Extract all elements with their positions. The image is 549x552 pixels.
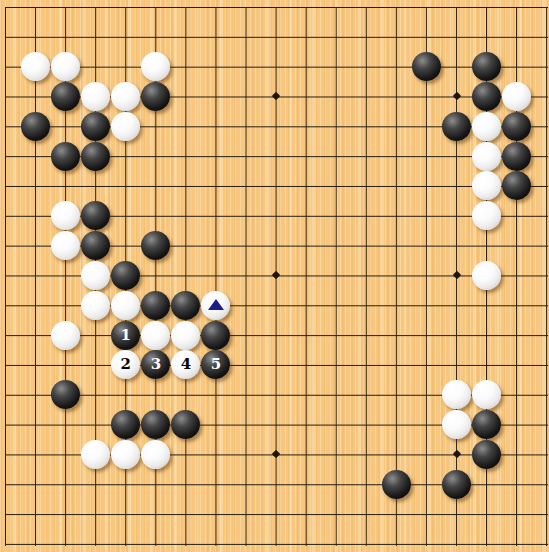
white-stone — [472, 112, 501, 141]
white-stone — [171, 321, 200, 350]
black-stone — [171, 410, 200, 439]
white-stone — [51, 201, 80, 230]
black-stone — [141, 231, 170, 260]
black-stone: 1 — [111, 321, 140, 350]
black-stone — [412, 52, 441, 81]
black-stone — [472, 410, 501, 439]
white-stone — [472, 380, 501, 409]
white-stone — [51, 231, 80, 260]
black-stone — [21, 112, 50, 141]
black-stone — [442, 112, 471, 141]
star-point — [272, 271, 280, 279]
black-stone: 5 — [201, 350, 230, 379]
black-stone — [81, 142, 110, 171]
black-stone — [51, 380, 80, 409]
white-stone: 4 — [171, 350, 200, 379]
black-stone — [472, 82, 501, 111]
star-point — [452, 450, 460, 458]
black-stone — [111, 410, 140, 439]
black-stone — [141, 410, 170, 439]
white-stone — [472, 171, 501, 200]
move-number: 3 — [151, 357, 161, 372]
white-stone — [81, 440, 110, 469]
white-stone — [472, 261, 501, 290]
black-stone — [111, 261, 140, 290]
white-stone — [51, 52, 80, 81]
move-number: 2 — [121, 357, 131, 372]
star-point — [272, 450, 280, 458]
white-stone — [51, 321, 80, 350]
star-point — [272, 92, 280, 100]
white-stone — [111, 440, 140, 469]
white-stone — [502, 82, 531, 111]
white-stone — [442, 410, 471, 439]
star-point — [452, 271, 460, 279]
black-stone — [502, 112, 531, 141]
move-number: 5 — [211, 357, 221, 372]
black-stone — [81, 112, 110, 141]
black-stone — [502, 142, 531, 171]
white-stone — [81, 82, 110, 111]
star-point — [452, 92, 460, 100]
white-stone — [141, 321, 170, 350]
move-number: 1 — [121, 328, 131, 343]
white-stone — [81, 291, 110, 320]
white-stone — [21, 52, 50, 81]
black-stone — [201, 321, 230, 350]
white-stone — [141, 440, 170, 469]
black-stone — [141, 82, 170, 111]
black-stone — [51, 82, 80, 111]
white-stone — [111, 112, 140, 141]
white-stone — [81, 261, 110, 290]
move-number: 4 — [181, 357, 191, 372]
white-stone: 2 — [111, 350, 140, 379]
black-stone — [472, 440, 501, 469]
black-stone — [442, 470, 471, 499]
black-stone — [51, 142, 80, 171]
white-stone — [472, 142, 501, 171]
black-stone — [171, 291, 200, 320]
go-board[interactable]: 12345 — [0, 0, 549, 552]
black-stone — [81, 201, 110, 230]
black-stone — [472, 52, 501, 81]
white-stone — [442, 380, 471, 409]
black-stone — [81, 231, 110, 260]
white-stone — [111, 291, 140, 320]
white-stone — [141, 52, 170, 81]
white-stone — [201, 291, 230, 320]
black-stone: 3 — [141, 350, 170, 379]
white-stone — [111, 82, 140, 111]
white-stone — [472, 201, 501, 230]
black-stone — [382, 470, 411, 499]
triangle-marker — [208, 299, 224, 310]
black-stone — [502, 171, 531, 200]
black-stone — [141, 291, 170, 320]
